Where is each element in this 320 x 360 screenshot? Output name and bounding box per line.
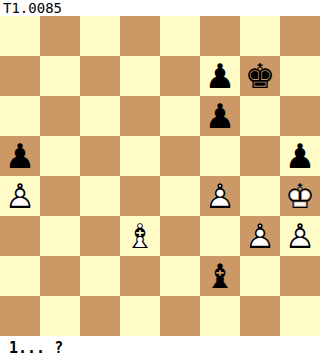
square-f8[interactable]: [200, 16, 240, 56]
square-h3[interactable]: ♟♙: [280, 216, 320, 256]
white-bishop: ♝♗: [120, 216, 160, 256]
square-g7[interactable]: ♚: [240, 56, 280, 96]
square-b5[interactable]: [40, 136, 80, 176]
square-d2[interactable]: [120, 256, 160, 296]
square-g6[interactable]: [240, 96, 280, 136]
square-d4[interactable]: [120, 176, 160, 216]
square-c2[interactable]: [80, 256, 120, 296]
square-h4[interactable]: ♚♔: [280, 176, 320, 216]
square-h6[interactable]: [280, 96, 320, 136]
square-g5[interactable]: [240, 136, 280, 176]
square-c8[interactable]: [80, 16, 120, 56]
square-h1[interactable]: [280, 296, 320, 336]
square-b1[interactable]: [40, 296, 80, 336]
square-a6[interactable]: [0, 96, 40, 136]
square-b6[interactable]: [40, 96, 80, 136]
square-g2[interactable]: [240, 256, 280, 296]
square-e7[interactable]: [160, 56, 200, 96]
square-e2[interactable]: [160, 256, 200, 296]
black-bishop: ♝: [200, 256, 240, 296]
square-b8[interactable]: [40, 16, 80, 56]
square-d6[interactable]: [120, 96, 160, 136]
square-c4[interactable]: [80, 176, 120, 216]
square-e3[interactable]: [160, 216, 200, 256]
square-e5[interactable]: [160, 136, 200, 176]
square-a7[interactable]: [0, 56, 40, 96]
square-a3[interactable]: [0, 216, 40, 256]
square-c1[interactable]: [80, 296, 120, 336]
square-d5[interactable]: [120, 136, 160, 176]
move-prompt: 1... ?: [9, 338, 63, 358]
square-f7[interactable]: ♟: [200, 56, 240, 96]
black-pawn: ♟: [200, 96, 240, 136]
square-d1[interactable]: [120, 296, 160, 336]
white-pawn: ♟♙: [200, 176, 240, 216]
square-h8[interactable]: [280, 16, 320, 56]
square-c6[interactable]: [80, 96, 120, 136]
puzzle-id: T1.0085: [3, 0, 62, 16]
square-g4[interactable]: [240, 176, 280, 216]
white-pawn: ♟♙: [0, 176, 40, 216]
square-h5[interactable]: ♟: [280, 136, 320, 176]
square-a2[interactable]: [0, 256, 40, 296]
square-h2[interactable]: [280, 256, 320, 296]
square-b3[interactable]: [40, 216, 80, 256]
square-f2[interactable]: ♝: [200, 256, 240, 296]
square-b4[interactable]: [40, 176, 80, 216]
square-b7[interactable]: [40, 56, 80, 96]
square-c5[interactable]: [80, 136, 120, 176]
white-king: ♚♔: [280, 176, 320, 216]
square-d7[interactable]: [120, 56, 160, 96]
square-d3[interactable]: ♝♗: [120, 216, 160, 256]
black-pawn: ♟: [200, 56, 240, 96]
square-e4[interactable]: [160, 176, 200, 216]
square-g3[interactable]: ♟♙: [240, 216, 280, 256]
square-e8[interactable]: [160, 16, 200, 56]
square-f5[interactable]: [200, 136, 240, 176]
square-a8[interactable]: [0, 16, 40, 56]
square-f4[interactable]: ♟♙: [200, 176, 240, 216]
white-pawn: ♟♙: [240, 216, 280, 256]
square-b2[interactable]: [40, 256, 80, 296]
square-g8[interactable]: [240, 16, 280, 56]
square-e6[interactable]: [160, 96, 200, 136]
square-a4[interactable]: ♟♙: [0, 176, 40, 216]
square-a1[interactable]: [0, 296, 40, 336]
square-g1[interactable]: [240, 296, 280, 336]
square-c3[interactable]: [80, 216, 120, 256]
square-d8[interactable]: [120, 16, 160, 56]
black-pawn: ♟: [280, 136, 320, 176]
chess-board: ♟♚♟♟♟♟♙♟♙♚♔♝♗♟♙♟♙♝: [0, 16, 320, 336]
square-h7[interactable]: [280, 56, 320, 96]
square-e1[interactable]: [160, 296, 200, 336]
status-bar: 1... ?: [0, 336, 320, 360]
black-king: ♚: [240, 56, 280, 96]
square-f6[interactable]: ♟: [200, 96, 240, 136]
square-f3[interactable]: [200, 216, 240, 256]
black-pawn: ♟: [0, 136, 40, 176]
square-c7[interactable]: [80, 56, 120, 96]
square-a5[interactable]: ♟: [0, 136, 40, 176]
title-bar: T1.0085: [0, 0, 320, 16]
white-pawn: ♟♙: [280, 216, 320, 256]
square-f1[interactable]: [200, 296, 240, 336]
